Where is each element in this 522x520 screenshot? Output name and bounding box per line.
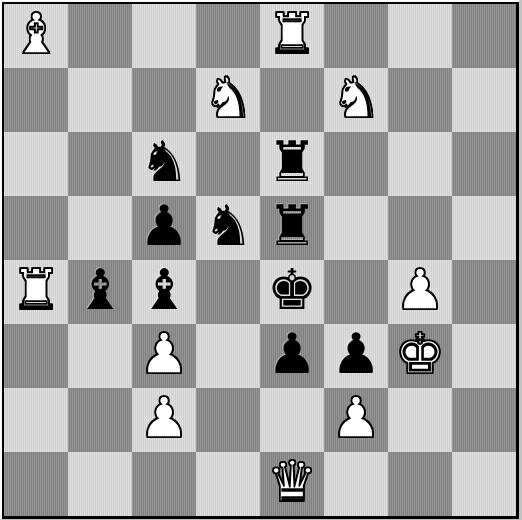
piece-black-knight: ♞	[203, 196, 253, 258]
square-h2[interactable]	[452, 388, 516, 452]
piece-white-pawn: ♟	[139, 324, 189, 386]
square-h3[interactable]	[452, 324, 516, 388]
square-e6[interactable]: ♜	[260, 132, 324, 196]
square-d3[interactable]	[196, 324, 260, 388]
square-f4[interactable]	[324, 260, 388, 324]
square-g4[interactable]: ♟	[388, 260, 452, 324]
square-e4[interactable]: ♚	[260, 260, 324, 324]
piece-white-pawn: ♟	[331, 388, 381, 450]
square-e8[interactable]: ♜	[260, 4, 324, 68]
square-h7[interactable]	[452, 68, 516, 132]
square-g2[interactable]	[388, 388, 452, 452]
square-f7[interactable]: ♞	[324, 68, 388, 132]
square-e3[interactable]: ♟	[260, 324, 324, 388]
square-b3[interactable]	[68, 324, 132, 388]
square-a7[interactable]	[4, 68, 68, 132]
square-f1[interactable]	[324, 452, 388, 516]
square-h5[interactable]	[452, 196, 516, 260]
square-c4[interactable]: ♝	[132, 260, 196, 324]
square-f5[interactable]	[324, 196, 388, 260]
piece-white-rook: ♜	[11, 260, 61, 322]
square-g6[interactable]	[388, 132, 452, 196]
square-b5[interactable]	[68, 196, 132, 260]
piece-white-knight: ♞	[203, 68, 253, 130]
piece-black-pawn: ♟	[267, 324, 317, 386]
square-a8[interactable]: ♝	[4, 4, 68, 68]
square-c7[interactable]	[132, 68, 196, 132]
square-g5[interactable]	[388, 196, 452, 260]
square-d5[interactable]: ♞	[196, 196, 260, 260]
square-d6[interactable]	[196, 132, 260, 196]
square-c5[interactable]: ♟	[132, 196, 196, 260]
piece-white-king: ♚	[395, 324, 445, 386]
square-d4[interactable]	[196, 260, 260, 324]
square-f3[interactable]: ♟	[324, 324, 388, 388]
piece-black-bishop: ♝	[75, 260, 125, 322]
piece-black-rook: ♜	[267, 132, 317, 194]
square-e2[interactable]	[260, 388, 324, 452]
piece-white-pawn: ♟	[139, 388, 189, 450]
square-h1[interactable]	[452, 452, 516, 516]
square-e7[interactable]	[260, 68, 324, 132]
square-d8[interactable]	[196, 4, 260, 68]
chess-board: ♝♜♞♞♞♜♟♞♜♜♝♝♚♟♟♟♟♚♟♟♛	[4, 4, 516, 516]
square-g1[interactable]	[388, 452, 452, 516]
square-f6[interactable]	[324, 132, 388, 196]
piece-black-pawn: ♟	[139, 196, 189, 258]
square-e5[interactable]: ♜	[260, 196, 324, 260]
square-b8[interactable]	[68, 4, 132, 68]
piece-black-knight: ♞	[139, 132, 189, 194]
piece-white-knight: ♞	[331, 68, 381, 130]
piece-white-pawn: ♟	[395, 260, 445, 322]
square-c2[interactable]: ♟	[132, 388, 196, 452]
square-b7[interactable]	[68, 68, 132, 132]
piece-black-bishop: ♝	[139, 260, 189, 322]
square-h4[interactable]	[452, 260, 516, 324]
chess-board-frame: ♝♜♞♞♞♜♟♞♜♜♝♝♚♟♟♟♟♚♟♟♛	[0, 0, 519, 519]
square-h8[interactable]	[452, 4, 516, 68]
square-g7[interactable]	[388, 68, 452, 132]
square-a4[interactable]: ♜	[4, 260, 68, 324]
chess-board-bezel: ♝♜♞♞♞♜♟♞♜♜♝♝♚♟♟♟♟♚♟♟♛	[2, 2, 519, 519]
square-c8[interactable]	[132, 4, 196, 68]
square-c3[interactable]: ♟	[132, 324, 196, 388]
square-b1[interactable]	[68, 452, 132, 516]
square-f2[interactable]: ♟	[324, 388, 388, 452]
square-a5[interactable]	[4, 196, 68, 260]
square-d2[interactable]	[196, 388, 260, 452]
square-e1[interactable]: ♛	[260, 452, 324, 516]
piece-white-rook: ♜	[267, 4, 317, 66]
square-a3[interactable]	[4, 324, 68, 388]
square-g3[interactable]: ♚	[388, 324, 452, 388]
square-a2[interactable]	[4, 388, 68, 452]
square-f8[interactable]	[324, 4, 388, 68]
square-d1[interactable]	[196, 452, 260, 516]
piece-black-king: ♚	[267, 260, 317, 322]
square-b2[interactable]	[68, 388, 132, 452]
piece-black-pawn: ♟	[331, 324, 381, 386]
square-b6[interactable]	[68, 132, 132, 196]
square-a1[interactable]	[4, 452, 68, 516]
piece-white-bishop: ♝	[11, 4, 61, 66]
square-b4[interactable]: ♝	[68, 260, 132, 324]
square-a6[interactable]	[4, 132, 68, 196]
square-g8[interactable]	[388, 4, 452, 68]
square-c6[interactable]: ♞	[132, 132, 196, 196]
piece-black-rook: ♜	[267, 196, 317, 258]
square-c1[interactable]	[132, 452, 196, 516]
square-d7[interactable]: ♞	[196, 68, 260, 132]
piece-white-queen: ♛	[267, 452, 317, 514]
square-h6[interactable]	[452, 132, 516, 196]
